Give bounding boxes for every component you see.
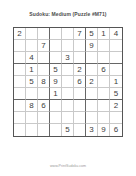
cell-r2c3-given-7[interactable]: 7 (38, 40, 50, 52)
cell-r6c7[interactable] (86, 88, 98, 100)
cell-r6c1[interactable] (14, 88, 26, 100)
cell-r7c8[interactable] (98, 100, 110, 112)
cell-r7c5[interactable] (62, 100, 74, 112)
cell-r3c6[interactable] (74, 52, 86, 64)
cell-r2c1[interactable] (14, 40, 26, 52)
cell-r4c3[interactable] (38, 64, 50, 76)
cell-r9c4[interactable] (50, 124, 62, 136)
cell-r7c9-given-2[interactable]: 2 (110, 100, 122, 112)
cell-r3c8[interactable] (98, 52, 110, 64)
cell-r8c1[interactable] (14, 112, 26, 124)
cell-r1c4[interactable] (50, 28, 62, 40)
cell-r5c8[interactable] (98, 76, 110, 88)
cell-r8c3[interactable] (38, 112, 50, 124)
cell-r8c7[interactable] (86, 112, 98, 124)
cell-r5c7-given-2[interactable]: 2 (86, 76, 98, 88)
cell-r6c2[interactable] (26, 88, 38, 100)
cell-r6c3[interactable] (38, 88, 50, 100)
puzzle-title: Sudoku: Medium (Puzzle #M71) (0, 11, 136, 17)
cell-r7c2-given-8[interactable]: 8 (26, 100, 38, 112)
cell-r5c9-given-1[interactable]: 1 (110, 76, 122, 88)
cell-r2c9[interactable] (110, 40, 122, 52)
cell-r1c1-given-2[interactable]: 2 (14, 28, 26, 40)
cell-r1c5[interactable] (62, 28, 74, 40)
cell-r5c4-given-9[interactable]: 9 (50, 76, 62, 88)
cell-r9c8-given-9[interactable]: 9 (98, 124, 110, 136)
cell-r4c7[interactable] (86, 64, 98, 76)
cell-r6c4-given-1[interactable]: 1 (50, 88, 62, 100)
cell-r7c3-given-6[interactable]: 6 (38, 100, 50, 112)
cell-r4c5[interactable] (62, 64, 74, 76)
cell-r5c2-given-5[interactable]: 5 (26, 76, 38, 88)
cell-r1c9-given-4[interactable]: 4 (110, 28, 122, 40)
cell-r8c2[interactable] (26, 112, 38, 124)
cell-r3c3[interactable] (38, 52, 50, 64)
cell-r4c1[interactable] (14, 64, 26, 76)
cell-r8c5[interactable] (62, 112, 74, 124)
cell-r2c4[interactable] (50, 40, 62, 52)
cell-r3c1[interactable] (14, 52, 26, 64)
cell-r4c6-given-2[interactable]: 2 (74, 64, 86, 76)
cell-r6c9-given-5[interactable]: 5 (110, 88, 122, 100)
cell-r9c1[interactable] (14, 124, 26, 136)
cell-r9c5-given-5[interactable]: 5 (62, 124, 74, 136)
cell-r2c7-given-9[interactable]: 9 (86, 40, 98, 52)
cell-r3c2-given-4[interactable]: 4 (26, 52, 38, 64)
cell-r8c9[interactable] (110, 112, 122, 124)
cell-r3c4[interactable] (50, 52, 62, 64)
cell-r8c8[interactable] (98, 112, 110, 124)
footer-watermark: www.PrintSudoku.com (19, 164, 117, 168)
cell-r5c6-given-6[interactable]: 6 (74, 76, 86, 88)
cell-r2c2[interactable] (26, 40, 38, 52)
cell-r9c7-given-3[interactable]: 3 (86, 124, 98, 136)
sudoku-board: 2751479431526589621158625396 (13, 27, 123, 137)
cell-r5c1[interactable] (14, 76, 26, 88)
cell-r7c6[interactable] (74, 100, 86, 112)
cell-r2c8[interactable] (98, 40, 110, 52)
cell-r5c5[interactable] (62, 76, 74, 88)
cell-r4c4-given-5[interactable]: 5 (50, 64, 62, 76)
cell-r7c1[interactable] (14, 100, 26, 112)
cell-r5c3-given-8[interactable]: 8 (38, 76, 50, 88)
cell-r6c6[interactable] (74, 88, 86, 100)
cell-r9c2[interactable] (26, 124, 38, 136)
cell-r8c4[interactable] (50, 112, 62, 124)
cell-r1c2[interactable] (26, 28, 38, 40)
cell-r1c6-given-7[interactable]: 7 (74, 28, 86, 40)
cell-r3c9[interactable] (110, 52, 122, 64)
cell-r9c3[interactable] (38, 124, 50, 136)
cell-r2c5[interactable] (62, 40, 74, 52)
cell-r6c8[interactable] (98, 88, 110, 100)
cell-r1c8-given-1[interactable]: 1 (98, 28, 110, 40)
cell-r6c5[interactable] (62, 88, 74, 100)
cell-r9c6[interactable] (74, 124, 86, 136)
cell-r3c5-given-3[interactable]: 3 (62, 52, 74, 64)
cell-r1c7-given-5[interactable]: 5 (86, 28, 98, 40)
cell-r8c6[interactable] (74, 112, 86, 124)
cell-r4c2-given-1[interactable]: 1 (26, 64, 38, 76)
cell-r7c4[interactable] (50, 100, 62, 112)
cell-r4c9[interactable] (110, 64, 122, 76)
cell-r3c7[interactable] (86, 52, 98, 64)
cell-r7c7[interactable] (86, 100, 98, 112)
cell-r1c3[interactable] (38, 28, 50, 40)
sudoku-page: Sudoku: Medium (Puzzle #M71) 27514794315… (0, 0, 136, 176)
cell-r4c8-given-6[interactable]: 6 (98, 64, 110, 76)
cell-r9c9-given-6[interactable]: 6 (110, 124, 122, 136)
cell-r2c6[interactable] (74, 40, 86, 52)
